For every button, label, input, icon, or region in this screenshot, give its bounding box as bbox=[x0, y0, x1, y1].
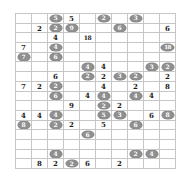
cell-r5c6[interactable] bbox=[96, 53, 112, 63]
given-number: 2 bbox=[66, 160, 78, 168]
cell-r6c10[interactable]: 2 bbox=[160, 62, 176, 72]
cell-r10c5[interactable] bbox=[80, 101, 96, 111]
entered-number: 4 bbox=[37, 112, 42, 119]
cell-r10c2[interactable] bbox=[32, 101, 48, 111]
cell-r15c2[interactable] bbox=[32, 150, 48, 160]
cell-r4c5[interactable] bbox=[80, 43, 96, 53]
puzzle-page: 5523229664187418764432622322722428644449… bbox=[0, 0, 180, 180]
cell-r7c5[interactable]: 2 bbox=[80, 72, 96, 82]
cell-r15c10[interactable] bbox=[160, 150, 176, 160]
cell-r15c6[interactable] bbox=[96, 150, 112, 160]
cell-r2c2[interactable]: 2 bbox=[32, 24, 48, 34]
entered-number: 5 bbox=[69, 15, 74, 22]
cell-r14c7[interactable] bbox=[112, 140, 128, 150]
cell-r8c4[interactable] bbox=[64, 82, 80, 92]
cell-r3c8[interactable] bbox=[128, 33, 144, 43]
cell-r1c5[interactable] bbox=[80, 14, 96, 24]
given-number: 2 bbox=[50, 121, 62, 129]
given-number: 4 bbox=[98, 92, 110, 100]
cell-r12c9[interactable] bbox=[144, 121, 160, 131]
cell-r3c9[interactable] bbox=[144, 33, 160, 43]
cell-r1c3[interactable]: 5 bbox=[48, 14, 64, 24]
given-number: 8 bbox=[18, 121, 30, 129]
cell-r8c7[interactable] bbox=[112, 82, 128, 92]
cell-r16c4[interactable]: 2 bbox=[64, 159, 80, 169]
cell-r4c7[interactable] bbox=[112, 43, 128, 53]
cell-r10c4[interactable]: 9 bbox=[64, 101, 80, 111]
given-number: 2 bbox=[98, 102, 110, 110]
cell-r2c1[interactable] bbox=[16, 24, 32, 34]
cell-r12c2[interactable] bbox=[32, 121, 48, 131]
entered-number: 4 bbox=[85, 92, 90, 99]
cell-r14c3[interactable] bbox=[48, 140, 64, 150]
entered-number: 4 bbox=[21, 112, 26, 119]
cell-r1c8[interactable]: 3 bbox=[128, 14, 144, 24]
cell-r16c10[interactable] bbox=[160, 159, 176, 169]
cell-r3c3[interactable]: 4 bbox=[48, 33, 64, 43]
cell-r11c6[interactable]: 5 bbox=[96, 111, 112, 121]
cell-r5c5[interactable] bbox=[80, 53, 96, 63]
cell-r10c10[interactable] bbox=[160, 101, 176, 111]
cell-r7c3[interactable]: 6 bbox=[48, 72, 64, 82]
given-number: 7 bbox=[18, 53, 30, 61]
cell-r9c8[interactable]: 4 bbox=[128, 92, 144, 102]
cell-r8c5[interactable] bbox=[80, 82, 96, 92]
cell-r14c2[interactable] bbox=[32, 140, 48, 150]
entered-number: 4 bbox=[101, 83, 106, 90]
cell-r2c10[interactable]: 6 bbox=[160, 24, 176, 34]
cell-r5c9[interactable] bbox=[144, 53, 160, 63]
cell-r15c9[interactable]: 4 bbox=[144, 150, 160, 160]
cell-r3c4[interactable] bbox=[64, 33, 80, 43]
entered-number: 2 bbox=[53, 160, 58, 167]
cell-r11c8[interactable] bbox=[128, 111, 144, 121]
cell-r5c1[interactable]: 7 bbox=[16, 53, 32, 63]
cell-r5c8[interactable] bbox=[128, 53, 144, 63]
entered-number: 18 bbox=[84, 35, 91, 41]
entered-number: 4 bbox=[101, 63, 106, 70]
given-number: 18 bbox=[161, 44, 175, 52]
cell-r7c2[interactable] bbox=[32, 72, 48, 82]
entered-number: 7 bbox=[21, 44, 26, 51]
entered-number: 9 bbox=[69, 102, 74, 109]
cell-r8c9[interactable] bbox=[144, 82, 160, 92]
cell-r7c9[interactable] bbox=[144, 72, 160, 82]
cell-r3c6[interactable] bbox=[96, 33, 112, 43]
entered-number: 6 bbox=[85, 160, 90, 167]
given-number: 2 bbox=[98, 15, 110, 23]
entered-number: 4 bbox=[53, 34, 58, 41]
cell-r9c9[interactable]: 4 bbox=[144, 92, 160, 102]
cell-r12c8[interactable]: 6 bbox=[128, 121, 144, 131]
cell-r2c6[interactable] bbox=[96, 24, 112, 34]
given-number: 6 bbox=[114, 24, 126, 32]
cell-r8c8[interactable]: 2 bbox=[128, 82, 144, 92]
cell-r4c1[interactable]: 7 bbox=[16, 43, 32, 53]
cell-r8c6[interactable]: 4 bbox=[96, 82, 112, 92]
given-number: 4 bbox=[50, 111, 62, 119]
cell-r6c2[interactable] bbox=[32, 62, 48, 72]
puzzle-board: 5523229664187418764432622322722428644449… bbox=[15, 13, 176, 169]
cell-r14c5[interactable] bbox=[80, 140, 96, 150]
cell-r12c6[interactable]: 5 bbox=[96, 121, 112, 131]
given-number: 2 bbox=[162, 63, 174, 71]
entered-number: 8 bbox=[165, 83, 170, 90]
cell-r7c4[interactable] bbox=[64, 72, 80, 82]
cell-r12c4[interactable]: 2 bbox=[64, 121, 80, 131]
cell-r10c8[interactable] bbox=[128, 101, 144, 111]
entered-number: 2 bbox=[117, 160, 122, 167]
given-number: 5 bbox=[50, 15, 62, 23]
cell-r13c4[interactable] bbox=[64, 130, 80, 140]
cell-r2c8[interactable] bbox=[128, 24, 144, 34]
given-number: 3 bbox=[114, 111, 126, 119]
cell-r6c6[interactable]: 4 bbox=[96, 62, 112, 72]
cell-r10c3[interactable] bbox=[48, 101, 64, 111]
cell-r16c3[interactable]: 2 bbox=[48, 159, 64, 169]
entered-number: 2 bbox=[117, 102, 122, 109]
cell-r6c1[interactable] bbox=[16, 62, 32, 72]
given-number: 6 bbox=[50, 92, 62, 100]
cell-r12c1[interactable]: 8 bbox=[16, 121, 32, 131]
cell-r9c2[interactable] bbox=[32, 92, 48, 102]
cell-r13c3[interactable] bbox=[48, 130, 64, 140]
entered-number: 2 bbox=[37, 83, 42, 90]
given-number: 6 bbox=[82, 131, 94, 139]
cell-r2c3[interactable]: 2 bbox=[48, 24, 64, 34]
given-number: 2 bbox=[130, 150, 142, 158]
cell-r2c5[interactable] bbox=[80, 24, 96, 34]
cell-r11c7[interactable]: 3 bbox=[112, 111, 128, 121]
cell-r6c9[interactable]: 3 bbox=[144, 62, 160, 72]
cell-r3c1[interactable] bbox=[16, 33, 32, 43]
cell-r6c3[interactable] bbox=[48, 62, 64, 72]
cell-r6c5[interactable]: 4 bbox=[80, 62, 96, 72]
cell-r13c6[interactable] bbox=[96, 130, 112, 140]
given-number: 6 bbox=[50, 53, 62, 61]
cell-r15c4[interactable] bbox=[64, 150, 80, 160]
cell-r6c7[interactable] bbox=[112, 62, 128, 72]
given-number: 5 bbox=[98, 111, 110, 119]
cell-r14c9[interactable] bbox=[144, 140, 160, 150]
entered-number: 2 bbox=[101, 73, 106, 80]
cell-r12c5[interactable] bbox=[80, 121, 96, 131]
given-number: 6 bbox=[130, 121, 142, 129]
cell-r10c9[interactable] bbox=[144, 101, 160, 111]
cell-r3c10[interactable] bbox=[160, 33, 176, 43]
cell-r11c5[interactable] bbox=[80, 111, 96, 121]
given-number: 2 bbox=[50, 82, 62, 90]
cell-r4c3[interactable]: 4 bbox=[48, 43, 64, 53]
cell-r16c1[interactable] bbox=[16, 159, 32, 169]
cell-r16c5[interactable]: 6 bbox=[80, 159, 96, 169]
cell-r5c2[interactable] bbox=[32, 53, 48, 63]
cell-r4c9[interactable] bbox=[144, 43, 160, 53]
cell-r11c4[interactable] bbox=[64, 111, 80, 121]
cell-r8c1[interactable]: 7 bbox=[16, 82, 32, 92]
entered-number: 2 bbox=[165, 73, 170, 80]
cell-r4c2[interactable] bbox=[32, 43, 48, 53]
cell-r7c6[interactable]: 2 bbox=[96, 72, 112, 82]
cell-r2c9[interactable] bbox=[144, 24, 160, 34]
cell-r8c3[interactable]: 2 bbox=[48, 82, 64, 92]
given-number: 4 bbox=[130, 92, 142, 100]
cell-r12c3[interactable]: 2 bbox=[48, 121, 64, 131]
given-number: 2 bbox=[130, 73, 142, 81]
cell-r12c7[interactable] bbox=[112, 121, 128, 131]
cell-r5c7[interactable] bbox=[112, 53, 128, 63]
cell-r7c8[interactable]: 2 bbox=[128, 72, 144, 82]
cell-r13c10[interactable] bbox=[160, 130, 176, 140]
cell-r1c1[interactable] bbox=[16, 14, 32, 24]
cell-r13c2[interactable] bbox=[32, 130, 48, 140]
cell-r1c4[interactable]: 5 bbox=[64, 14, 80, 24]
cell-r15c3[interactable]: 4 bbox=[48, 150, 64, 160]
given-number: 4 bbox=[50, 44, 62, 52]
cell-r5c10[interactable] bbox=[160, 53, 176, 63]
cell-r9c10[interactable] bbox=[160, 92, 176, 102]
given-number: 8 bbox=[162, 111, 174, 119]
cell-r10c6[interactable]: 2 bbox=[96, 101, 112, 111]
cell-r5c3[interactable]: 6 bbox=[48, 53, 64, 63]
cell-r16c8[interactable] bbox=[128, 159, 144, 169]
cell-r2c7[interactable]: 6 bbox=[112, 24, 128, 34]
entered-number: 4 bbox=[149, 92, 154, 99]
entered-number: 2 bbox=[37, 25, 42, 32]
cell-r14c10[interactable] bbox=[160, 140, 176, 150]
cell-r10c7[interactable]: 2 bbox=[112, 101, 128, 111]
cell-r7c7[interactable]: 3 bbox=[112, 72, 128, 82]
cell-r9c4[interactable] bbox=[64, 92, 80, 102]
cell-r12c10[interactable] bbox=[160, 121, 176, 131]
cell-r1c9[interactable] bbox=[144, 14, 160, 24]
given-number: 2 bbox=[50, 24, 62, 32]
cell-r1c6[interactable]: 2 bbox=[96, 14, 112, 24]
cell-r13c1[interactable] bbox=[16, 130, 32, 140]
entered-number: 6 bbox=[149, 112, 154, 119]
cell-r14c4[interactable] bbox=[64, 140, 80, 150]
entered-number: 6 bbox=[165, 25, 170, 32]
cell-r13c5[interactable]: 6 bbox=[80, 130, 96, 140]
cell-r15c8[interactable]: 2 bbox=[128, 150, 144, 160]
given-number: 2 bbox=[82, 73, 94, 81]
cell-r8c10[interactable]: 8 bbox=[160, 82, 176, 92]
cell-r11c10[interactable]: 8 bbox=[160, 111, 176, 121]
cell-r3c7[interactable] bbox=[112, 33, 128, 43]
cell-r6c4[interactable] bbox=[64, 62, 80, 72]
given-number: 3 bbox=[146, 63, 158, 71]
cell-r2c4[interactable]: 9 bbox=[64, 24, 80, 34]
entered-number: 6 bbox=[53, 73, 58, 80]
cell-r11c2[interactable]: 4 bbox=[32, 111, 48, 121]
cell-r5c4[interactable] bbox=[64, 53, 80, 63]
cell-r16c7[interactable]: 2 bbox=[112, 159, 128, 169]
cell-r14c6[interactable] bbox=[96, 140, 112, 150]
cell-r14c8[interactable] bbox=[128, 140, 144, 150]
cell-r4c10[interactable]: 18 bbox=[160, 43, 176, 53]
cell-r14c1[interactable] bbox=[16, 140, 32, 150]
cell-r15c7[interactable] bbox=[112, 150, 128, 160]
cell-r6c8[interactable] bbox=[128, 62, 144, 72]
cell-r16c6[interactable] bbox=[96, 159, 112, 169]
cell-r8c2[interactable]: 2 bbox=[32, 82, 48, 92]
entered-number: 7 bbox=[21, 83, 26, 90]
cell-r9c1[interactable] bbox=[16, 92, 32, 102]
cell-r11c3[interactable]: 4 bbox=[48, 111, 64, 121]
cell-r15c1[interactable] bbox=[16, 150, 32, 160]
given-number: 3 bbox=[130, 15, 142, 23]
cell-r10c1[interactable] bbox=[16, 101, 32, 111]
cell-r4c6[interactable] bbox=[96, 43, 112, 53]
cell-r16c9[interactable] bbox=[144, 159, 160, 169]
cell-r9c5[interactable]: 4 bbox=[80, 92, 96, 102]
cell-r4c4[interactable] bbox=[64, 43, 80, 53]
cell-r1c7[interactable] bbox=[112, 14, 128, 24]
entered-number: 2 bbox=[69, 121, 74, 128]
entered-number: 8 bbox=[37, 160, 42, 167]
cell-r3c5[interactable]: 18 bbox=[80, 33, 96, 43]
cell-r16c2[interactable]: 8 bbox=[32, 159, 48, 169]
cell-r4c8[interactable] bbox=[128, 43, 144, 53]
cell-r3c2[interactable] bbox=[32, 33, 48, 43]
cell-r13c9[interactable] bbox=[144, 130, 160, 140]
cell-r13c8[interactable] bbox=[128, 130, 144, 140]
entered-number: 5 bbox=[101, 121, 106, 128]
cell-r13c7[interactable] bbox=[112, 130, 128, 140]
cell-r7c10[interactable]: 2 bbox=[160, 72, 176, 82]
cell-r15c5[interactable] bbox=[80, 150, 96, 160]
given-number: 9 bbox=[66, 24, 78, 32]
cell-r1c2[interactable] bbox=[32, 14, 48, 24]
cell-r1c10[interactable] bbox=[160, 14, 176, 24]
given-number: 4 bbox=[50, 150, 62, 158]
cell-r9c7[interactable] bbox=[112, 92, 128, 102]
cell-r11c1[interactable]: 4 bbox=[16, 111, 32, 121]
cell-r9c3[interactable]: 6 bbox=[48, 92, 64, 102]
given-number: 4 bbox=[82, 63, 94, 71]
entered-number: 2 bbox=[133, 83, 138, 90]
given-number: 3 bbox=[114, 73, 126, 81]
cell-r9c6[interactable]: 4 bbox=[96, 92, 112, 102]
cell-r11c9[interactable]: 6 bbox=[144, 111, 160, 121]
cell-r7c1[interactable] bbox=[16, 72, 32, 82]
given-number: 4 bbox=[146, 150, 158, 158]
